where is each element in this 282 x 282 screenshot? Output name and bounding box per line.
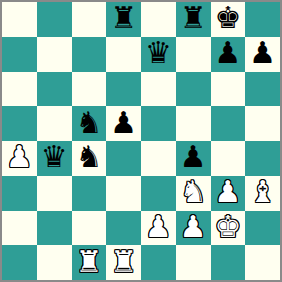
square-e7[interactable]: ♛ xyxy=(141,37,176,72)
piece-black-rook[interactable]: ♜ xyxy=(110,3,137,33)
square-g3[interactable]: ♟ xyxy=(211,176,246,211)
piece-black-queen[interactable]: ♛ xyxy=(41,142,68,172)
square-f6[interactable] xyxy=(176,72,211,107)
square-d1[interactable]: ♜ xyxy=(106,245,141,280)
square-b1[interactable] xyxy=(37,245,72,280)
piece-black-knight[interactable]: ♞ xyxy=(75,142,102,172)
square-b8[interactable] xyxy=(37,2,72,37)
square-d7[interactable] xyxy=(106,37,141,72)
square-a6[interactable] xyxy=(2,72,37,107)
piece-black-pawn[interactable]: ♟ xyxy=(180,142,207,172)
piece-white-king[interactable]: ♚ xyxy=(214,212,241,242)
piece-black-queen[interactable]: ♛ xyxy=(145,38,172,68)
square-c3[interactable] xyxy=(72,176,107,211)
square-a7[interactable] xyxy=(2,37,37,72)
chess-board: ♜♜♚♛♟♟♞♟♟♛♞♟♞♟♝♟♟♚♜♜ xyxy=(2,2,280,280)
square-g2[interactable]: ♚ xyxy=(211,211,246,246)
square-c5[interactable]: ♞ xyxy=(72,106,107,141)
piece-white-pawn[interactable]: ♟ xyxy=(6,142,33,172)
square-f4[interactable]: ♟ xyxy=(176,141,211,176)
piece-black-knight[interactable]: ♞ xyxy=(75,108,102,138)
square-b2[interactable] xyxy=(37,211,72,246)
square-b5[interactable] xyxy=(37,106,72,141)
square-b7[interactable] xyxy=(37,37,72,72)
square-h4[interactable] xyxy=(245,141,280,176)
square-b4[interactable]: ♛ xyxy=(37,141,72,176)
piece-white-rook[interactable]: ♜ xyxy=(110,247,137,277)
piece-white-pawn[interactable]: ♟ xyxy=(214,177,241,207)
square-d4[interactable] xyxy=(106,141,141,176)
square-g8[interactable]: ♚ xyxy=(211,2,246,37)
square-c8[interactable] xyxy=(72,2,107,37)
square-e3[interactable] xyxy=(141,176,176,211)
square-g6[interactable] xyxy=(211,72,246,107)
piece-black-rook[interactable]: ♜ xyxy=(180,3,207,33)
square-a2[interactable] xyxy=(2,211,37,246)
square-h3[interactable]: ♝ xyxy=(245,176,280,211)
square-f3[interactable]: ♞ xyxy=(176,176,211,211)
piece-black-king[interactable]: ♚ xyxy=(214,3,241,33)
square-c6[interactable] xyxy=(72,72,107,107)
square-d6[interactable] xyxy=(106,72,141,107)
square-h8[interactable] xyxy=(245,2,280,37)
square-d2[interactable] xyxy=(106,211,141,246)
square-g1[interactable] xyxy=(211,245,246,280)
square-g5[interactable] xyxy=(211,106,246,141)
square-h7[interactable]: ♟ xyxy=(245,37,280,72)
square-d5[interactable]: ♟ xyxy=(106,106,141,141)
square-a1[interactable] xyxy=(2,245,37,280)
square-g7[interactable]: ♟ xyxy=(211,37,246,72)
square-e5[interactable] xyxy=(141,106,176,141)
square-h5[interactable] xyxy=(245,106,280,141)
square-f8[interactable]: ♜ xyxy=(176,2,211,37)
square-h2[interactable] xyxy=(245,211,280,246)
square-b6[interactable] xyxy=(37,72,72,107)
piece-white-pawn[interactable]: ♟ xyxy=(145,212,172,242)
square-a5[interactable] xyxy=(2,106,37,141)
square-d3[interactable] xyxy=(106,176,141,211)
square-e8[interactable] xyxy=(141,2,176,37)
square-b3[interactable] xyxy=(37,176,72,211)
square-h6[interactable] xyxy=(245,72,280,107)
square-h1[interactable] xyxy=(245,245,280,280)
square-f5[interactable] xyxy=(176,106,211,141)
square-c2[interactable] xyxy=(72,211,107,246)
piece-black-pawn[interactable]: ♟ xyxy=(214,38,241,68)
square-a8[interactable] xyxy=(2,2,37,37)
square-a4[interactable]: ♟ xyxy=(2,141,37,176)
square-c1[interactable]: ♜ xyxy=(72,245,107,280)
square-e2[interactable]: ♟ xyxy=(141,211,176,246)
piece-white-bishop[interactable]: ♝ xyxy=(249,177,276,207)
square-g4[interactable] xyxy=(211,141,246,176)
piece-white-rook[interactable]: ♜ xyxy=(75,247,102,277)
chess-board-frame: ♜♜♚♛♟♟♞♟♟♛♞♟♞♟♝♟♟♚♜♜ xyxy=(0,0,282,282)
square-a3[interactable] xyxy=(2,176,37,211)
piece-white-knight[interactable]: ♞ xyxy=(180,177,207,207)
square-e1[interactable] xyxy=(141,245,176,280)
square-c7[interactable] xyxy=(72,37,107,72)
square-e6[interactable] xyxy=(141,72,176,107)
piece-black-pawn[interactable]: ♟ xyxy=(110,108,137,138)
square-c4[interactable]: ♞ xyxy=(72,141,107,176)
square-e4[interactable] xyxy=(141,141,176,176)
piece-black-pawn[interactable]: ♟ xyxy=(249,38,276,68)
square-f7[interactable] xyxy=(176,37,211,72)
piece-white-pawn[interactable]: ♟ xyxy=(180,212,207,242)
square-d8[interactable]: ♜ xyxy=(106,2,141,37)
square-f1[interactable] xyxy=(176,245,211,280)
square-f2[interactable]: ♟ xyxy=(176,211,211,246)
